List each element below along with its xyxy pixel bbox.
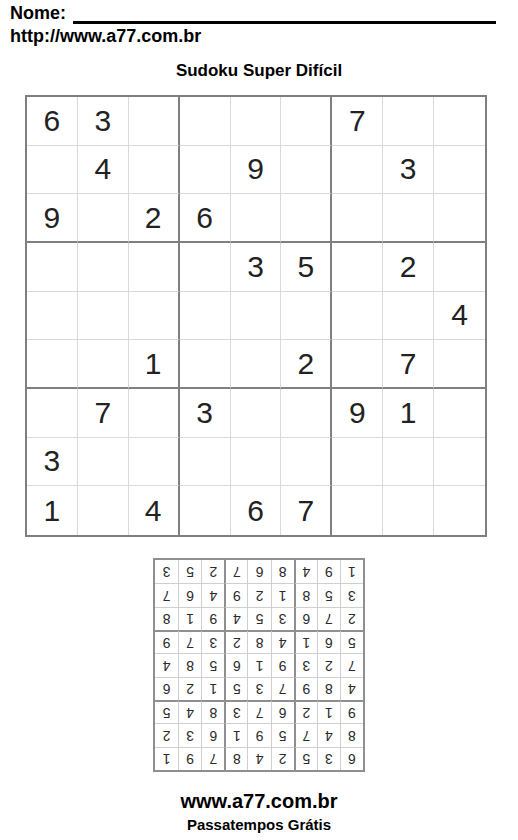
solution-cell-r4c4: 7 (271, 677, 294, 700)
solution-cell-r5c3: 3 (294, 653, 317, 676)
sudoku-cell-r2c2[interactable]: 4 (78, 146, 129, 195)
solution-cell-r1c1: 6 (340, 747, 363, 770)
sudoku-cell-r6c2[interactable] (78, 340, 129, 389)
page-title: Sudoku Super Difícil (0, 61, 518, 81)
solution-cell-r4c9: 6 (155, 677, 178, 700)
solution-cell-r2c2: 4 (317, 723, 340, 746)
solution-cell-r1c8: 9 (178, 747, 201, 770)
sudoku-cell-r6c1[interactable] (27, 340, 78, 389)
solution-board-rotated: 6352487918475916329126738454897351267239… (153, 558, 365, 772)
solution-cell-r2c6: 1 (224, 723, 247, 746)
solution-cell-r2c5: 9 (247, 723, 270, 746)
sudoku-cell-r9c3[interactable]: 4 (129, 486, 180, 535)
solution-cell-r9c7: 2 (201, 560, 224, 583)
solution-cell-r8c1: 3 (340, 583, 363, 606)
sudoku-cell-r6c6[interactable]: 2 (281, 340, 332, 389)
solution-cell-r3c7: 8 (201, 700, 224, 723)
name-fill-line (73, 5, 496, 24)
sudoku-cell-r3c4[interactable]: 6 (180, 194, 231, 243)
solution-cell-r3c4: 6 (271, 700, 294, 723)
solution-cell-r7c1: 2 (340, 607, 363, 630)
solution-cell-r7c7: 9 (201, 607, 224, 630)
sudoku-cell-r4c5[interactable]: 3 (231, 243, 282, 292)
solution-cell-r1c6: 8 (224, 747, 247, 770)
sudoku-cell-r9c7[interactable] (332, 486, 383, 535)
sudoku-cell-r2c1[interactable] (27, 146, 78, 195)
sudoku-cell-r1c6[interactable] (281, 97, 332, 146)
solution-cell-r1c5: 4 (247, 747, 270, 770)
sudoku-cell-r5c3[interactable] (129, 292, 180, 341)
solution-cell-r2c8: 3 (178, 723, 201, 746)
sudoku-cell-r5c8[interactable] (383, 292, 434, 341)
solution-cell-r6c2: 6 (317, 630, 340, 653)
sudoku-cell-r1c7[interactable]: 7 (332, 97, 383, 146)
solution-cell-r5c7: 5 (201, 653, 224, 676)
sudoku-cell-r3c1[interactable]: 9 (27, 194, 78, 243)
sudoku-cell-r5c1[interactable] (27, 292, 78, 341)
sudoku-cell-r9c2[interactable] (78, 486, 129, 535)
sudoku-cell-r6c3[interactable]: 1 (129, 340, 180, 389)
sudoku-cell-r4c4[interactable] (180, 243, 231, 292)
sudoku-cell-r8c3[interactable] (129, 438, 180, 487)
footer-tagline: Passatempos Grátis (0, 816, 518, 833)
solution-cell-r1c7: 7 (201, 747, 224, 770)
sudoku-cell-r2c3[interactable] (129, 146, 180, 195)
solution-cell-r9c1: 1 (340, 560, 363, 583)
sudoku-cell-r3c5[interactable] (231, 194, 282, 243)
solution-cell-r2c3: 7 (294, 723, 317, 746)
solution-cell-r4c3: 9 (294, 677, 317, 700)
solution-cell-r6c6: 2 (224, 630, 247, 653)
solution-cell-r1c3: 5 (294, 747, 317, 770)
solution-cell-r4c2: 8 (317, 677, 340, 700)
sudoku-cell-r7c1[interactable] (27, 389, 78, 438)
solution-cell-r3c3: 2 (294, 700, 317, 723)
sudoku-cell-r7c9[interactable] (434, 389, 485, 438)
sudoku-cell-r5c2[interactable] (78, 292, 129, 341)
solution-cell-r8c9: 7 (155, 583, 178, 606)
solution-cell-r8c7: 4 (201, 583, 224, 606)
solution-cell-r4c1: 4 (340, 677, 363, 700)
solution-cell-r5c8: 8 (178, 653, 201, 676)
sudoku-cell-r6c5[interactable] (231, 340, 282, 389)
sudoku-cell-r1c2[interactable]: 3 (78, 97, 129, 146)
sudoku-cell-r7c5[interactable] (231, 389, 282, 438)
solution-cell-r8c8: 6 (178, 583, 201, 606)
name-row: Nome: (10, 3, 496, 24)
sudoku-cell-r8c4[interactable] (180, 438, 231, 487)
worksheet-page: Nome: http://www.a77.com.br Sudoku Super… (0, 0, 518, 840)
solution-cell-r2c1: 8 (340, 723, 363, 746)
sudoku-cell-r6c4[interactable] (180, 340, 231, 389)
solution-cell-r5c4: 9 (271, 653, 294, 676)
solution-cell-r3c8: 4 (178, 700, 201, 723)
sudoku-cell-r5c4[interactable] (180, 292, 231, 341)
solution-cell-r8c3: 8 (294, 583, 317, 606)
sudoku-cell-r3c7[interactable] (332, 194, 383, 243)
sudoku-cell-r7c6[interactable] (281, 389, 332, 438)
solution-cell-r4c7: 1 (201, 677, 224, 700)
sudoku-cell-r7c2[interactable]: 7 (78, 389, 129, 438)
sudoku-cell-r1c9[interactable] (434, 97, 485, 146)
sudoku-cell-r2c5[interactable]: 9 (231, 146, 282, 195)
sudoku-cell-r6c8[interactable]: 7 (383, 340, 434, 389)
solution-cell-r8c4: 1 (271, 583, 294, 606)
solution-cell-r2c7: 6 (201, 723, 224, 746)
solution-cell-r6c7: 3 (201, 630, 224, 653)
solution-cell-r6c9: 9 (155, 630, 178, 653)
solution-cell-r5c1: 7 (340, 653, 363, 676)
solution-cell-r7c6: 4 (224, 607, 247, 630)
sudoku-cell-r1c5[interactable] (231, 97, 282, 146)
solution-cell-r7c3: 6 (294, 607, 317, 630)
sudoku-cell-r3c9[interactable] (434, 194, 485, 243)
solution-cell-r9c2: 9 (317, 560, 340, 583)
sudoku-cell-r3c6[interactable] (281, 194, 332, 243)
solution-cell-r8c6: 9 (224, 583, 247, 606)
sudoku-cell-r3c3[interactable]: 2 (129, 194, 180, 243)
solution-cell-r4c6: 5 (224, 677, 247, 700)
sudoku-cell-r4c2[interactable] (78, 243, 129, 292)
solution-cell-r9c6: 7 (224, 560, 247, 583)
solution-cell-r4c8: 2 (178, 677, 201, 700)
sudoku-cell-r7c7[interactable]: 9 (332, 389, 383, 438)
solution-cell-r1c4: 2 (271, 747, 294, 770)
sudoku-cell-r8c9[interactable] (434, 438, 485, 487)
sudoku-cell-r9c8[interactable] (383, 486, 434, 535)
solution-cell-r9c4: 8 (271, 560, 294, 583)
sudoku-cell-r1c3[interactable] (129, 97, 180, 146)
sudoku-cell-r8c5[interactable] (231, 438, 282, 487)
sudoku-cell-r7c8[interactable]: 1 (383, 389, 434, 438)
sudoku-cell-r9c5[interactable]: 6 (231, 486, 282, 535)
sudoku-cell-r4c8[interactable]: 2 (383, 243, 434, 292)
solution-cell-r6c3: 1 (294, 630, 317, 653)
solution-cell-r6c8: 7 (178, 630, 201, 653)
sudoku-cell-r6c9[interactable] (434, 340, 485, 389)
sudoku-cell-r7c3[interactable] (129, 389, 180, 438)
solution-cell-r7c4: 3 (271, 607, 294, 630)
solution-cell-r3c6: 3 (224, 700, 247, 723)
solution-cell-r8c2: 5 (317, 583, 340, 606)
solution-cell-r3c2: 1 (317, 700, 340, 723)
sudoku-cell-r5c9[interactable]: 4 (434, 292, 485, 341)
sudoku-cell-r9c9[interactable] (434, 486, 485, 535)
sudoku-cell-r2c9[interactable] (434, 146, 485, 195)
sudoku-cell-r9c4[interactable] (180, 486, 231, 535)
sudoku-cell-r5c6[interactable] (281, 292, 332, 341)
solution-cell-r8c5: 2 (247, 583, 270, 606)
solution-cell-r6c1: 5 (340, 630, 363, 653)
solution-cell-r2c4: 5 (271, 723, 294, 746)
sudoku-cell-r9c6[interactable]: 7 (281, 486, 332, 535)
solution-cell-r6c5: 8 (247, 630, 270, 653)
solution-cell-r1c2: 3 (317, 747, 340, 770)
sudoku-cell-r6c7[interactable] (332, 340, 383, 389)
sudoku-cell-r5c7[interactable] (332, 292, 383, 341)
site-url: http://www.a77.com.br (10, 26, 201, 47)
sudoku-cell-r7c4[interactable]: 3 (180, 389, 231, 438)
sudoku-cell-r4c1[interactable] (27, 243, 78, 292)
solution-cell-r7c8: 1 (178, 607, 201, 630)
sudoku-cell-r2c6[interactable] (281, 146, 332, 195)
solution-cell-r9c3: 4 (294, 560, 317, 583)
sudoku-board: 6374939263524127739131467 (25, 95, 487, 537)
footer-url: www.a77.com.br (0, 790, 518, 813)
sudoku-cell-r8c8[interactable] (383, 438, 434, 487)
solution-cell-r9c9: 3 (155, 560, 178, 583)
sudoku-cell-r1c1[interactable]: 6 (27, 97, 78, 146)
solution-cell-r3c1: 9 (340, 700, 363, 723)
sudoku-cell-r8c7[interactable] (332, 438, 383, 487)
solution-cell-r5c6: 6 (224, 653, 247, 676)
sudoku-cell-r1c8[interactable] (383, 97, 434, 146)
sudoku-cell-r1c4[interactable] (180, 97, 231, 146)
solution-cell-r9c5: 6 (247, 560, 270, 583)
solution-cell-r7c5: 5 (247, 607, 270, 630)
sudoku-cell-r4c7[interactable] (332, 243, 383, 292)
solution-cell-r1c9: 1 (155, 747, 178, 770)
name-label: Nome: (10, 3, 66, 24)
sudoku-cell-r5c5[interactable] (231, 292, 282, 341)
sudoku-cell-r4c9[interactable] (434, 243, 485, 292)
solution-cell-r5c2: 2 (317, 653, 340, 676)
sudoku-cell-r8c6[interactable] (281, 438, 332, 487)
solution-cell-r7c9: 8 (155, 607, 178, 630)
sudoku-cell-r2c8[interactable]: 3 (383, 146, 434, 195)
sudoku-cell-r2c7[interactable] (332, 146, 383, 195)
solution-cell-r5c5: 1 (247, 653, 270, 676)
solution-cell-r2c9: 2 (155, 723, 178, 746)
solution-cell-r9c8: 5 (178, 560, 201, 583)
sudoku-cell-r3c2[interactable] (78, 194, 129, 243)
solution-cell-r4c5: 3 (247, 677, 270, 700)
sudoku-cell-r3c8[interactable] (383, 194, 434, 243)
solution-cell-r5c9: 4 (155, 653, 178, 676)
sudoku-cell-r4c3[interactable] (129, 243, 180, 292)
sudoku-cell-r4c6[interactable]: 5 (281, 243, 332, 292)
sudoku-cell-r8c1[interactable]: 3 (27, 438, 78, 487)
solution-cell-r6c4: 4 (271, 630, 294, 653)
sudoku-cell-r2c4[interactable] (180, 146, 231, 195)
solution-cell-r3c5: 7 (247, 700, 270, 723)
solution-cell-r3c9: 5 (155, 700, 178, 723)
sudoku-cell-r8c2[interactable] (78, 438, 129, 487)
solution-cell-r7c2: 7 (317, 607, 340, 630)
sudoku-cell-r9c1[interactable]: 1 (27, 486, 78, 535)
